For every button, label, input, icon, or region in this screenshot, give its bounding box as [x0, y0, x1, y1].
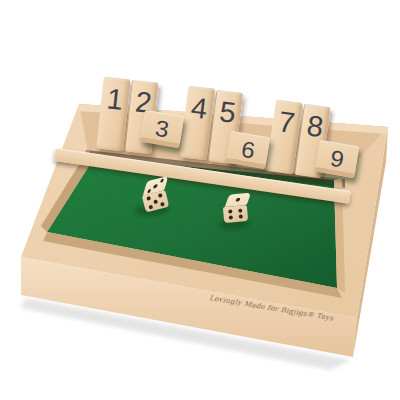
- tile-6-number: 6: [226, 131, 271, 169]
- tile-7-number: 7: [271, 106, 302, 138]
- die-right-front-face: [223, 205, 248, 223]
- die-pip: [238, 208, 242, 212]
- die-pip: [158, 193, 163, 198]
- tile-3-number: 3: [140, 110, 185, 148]
- die-right[interactable]: [222, 193, 250, 223]
- tile-5-number: 5: [213, 97, 242, 129]
- die-pip: [238, 215, 242, 219]
- tile-9-number: 9: [315, 140, 360, 178]
- die-pip: [153, 199, 158, 204]
- die-pip: [147, 188, 151, 192]
- tile-4-number: 4: [184, 93, 214, 125]
- die-pip: [160, 179, 164, 183]
- die-pip: [146, 196, 151, 201]
- die-pip: [229, 215, 233, 219]
- tile-9[interactable]: 9: [315, 140, 360, 178]
- die-pip: [228, 209, 232, 213]
- tile-3[interactable]: 3: [140, 110, 185, 148]
- die-pip: [236, 198, 241, 201]
- die-pip: [160, 202, 165, 207]
- tile-8-number: 8: [300, 111, 330, 143]
- die-pip: [148, 204, 153, 209]
- die-pip: [153, 184, 157, 188]
- shut-the-box-board: 1 2 4 5 7 8 3 6 9 Lovingly Made for Bigj…: [0, 0, 400, 400]
- tile-6[interactable]: 6: [226, 131, 271, 169]
- tile-1-number: 1: [100, 84, 130, 116]
